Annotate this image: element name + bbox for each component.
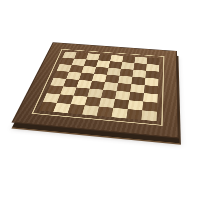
square-g1 — [126, 109, 142, 120]
playing-field — [39, 52, 159, 122]
square-h1 — [141, 110, 157, 121]
chess-board — [0, 0, 200, 200]
product-photo — [0, 0, 200, 200]
board-frame — [11, 42, 179, 138]
square-f1 — [111, 108, 127, 119]
